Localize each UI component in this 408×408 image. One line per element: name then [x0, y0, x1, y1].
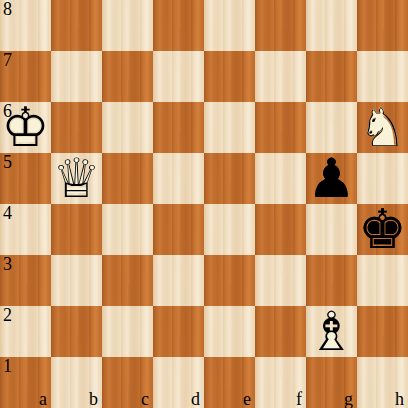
square-h1[interactable]: h — [357, 357, 408, 408]
black-king-icon: ♚ — [357, 204, 408, 255]
square-a7[interactable]: 7 — [0, 51, 51, 102]
square-a4[interactable]: 4 — [0, 204, 51, 255]
square-e4[interactable] — [204, 204, 255, 255]
square-a6[interactable]: 6♚♔ — [0, 102, 51, 153]
square-g2[interactable]: ♝♗ — [306, 306, 357, 357]
rank-label-1: 1 — [3, 357, 12, 376]
square-c6[interactable] — [102, 102, 153, 153]
square-e6[interactable] — [204, 102, 255, 153]
square-g8[interactable] — [306, 0, 357, 51]
square-e3[interactable] — [204, 255, 255, 306]
square-a3[interactable]: 3 — [0, 255, 51, 306]
white-king-icon: ♔ — [0, 102, 51, 153]
square-d3[interactable] — [153, 255, 204, 306]
rank-label-2: 2 — [3, 306, 12, 325]
square-f6[interactable] — [255, 102, 306, 153]
rank-label-8: 8 — [3, 0, 12, 19]
file-label-d: d — [191, 390, 200, 408]
rank-label-4: 4 — [3, 204, 12, 223]
square-f5[interactable] — [255, 153, 306, 204]
rank-label-7: 7 — [3, 51, 12, 70]
square-d5[interactable] — [153, 153, 204, 204]
square-c8[interactable] — [102, 0, 153, 51]
square-g7[interactable] — [306, 51, 357, 102]
piece-white-king[interactable]: ♚♔ — [0, 102, 51, 153]
square-d4[interactable] — [153, 204, 204, 255]
square-f3[interactable] — [255, 255, 306, 306]
white-knight-icon: ♘ — [357, 102, 408, 153]
square-c4[interactable] — [102, 204, 153, 255]
square-h7[interactable] — [357, 51, 408, 102]
square-g1[interactable]: g — [306, 357, 357, 408]
square-b6[interactable] — [51, 102, 102, 153]
square-b7[interactable] — [51, 51, 102, 102]
square-f1[interactable]: f — [255, 357, 306, 408]
file-label-g: g — [344, 390, 353, 408]
square-e2[interactable] — [204, 306, 255, 357]
square-c1[interactable]: c — [102, 357, 153, 408]
square-f8[interactable] — [255, 0, 306, 51]
square-b4[interactable] — [51, 204, 102, 255]
square-b1[interactable]: b — [51, 357, 102, 408]
white-queen-icon: ♕ — [51, 153, 102, 204]
square-e8[interactable] — [204, 0, 255, 51]
file-label-e: e — [243, 390, 251, 408]
piece-black-king[interactable]: ♚♚ — [357, 204, 408, 255]
square-h4[interactable]: ♚♚ — [357, 204, 408, 255]
file-label-c: c — [141, 390, 149, 408]
file-label-b: b — [89, 390, 98, 408]
square-h5[interactable] — [357, 153, 408, 204]
square-e7[interactable] — [204, 51, 255, 102]
square-d8[interactable] — [153, 0, 204, 51]
square-d7[interactable] — [153, 51, 204, 102]
piece-white-bishop[interactable]: ♝♗ — [306, 306, 357, 357]
square-c5[interactable] — [102, 153, 153, 204]
square-g3[interactable] — [306, 255, 357, 306]
square-f7[interactable] — [255, 51, 306, 102]
square-d2[interactable] — [153, 306, 204, 357]
piece-black-pawn[interactable]: ♟♟ — [306, 153, 357, 204]
square-e5[interactable] — [204, 153, 255, 204]
square-h6[interactable]: ♞♘ — [357, 102, 408, 153]
black-pawn-icon: ♟ — [306, 153, 357, 204]
square-g5[interactable]: ♟♟ — [306, 153, 357, 204]
chess-board: 876♚♔♞♘5♛♕♟♟4♚♚32♝♗1abcdefgh — [0, 0, 408, 408]
square-b2[interactable] — [51, 306, 102, 357]
square-b5[interactable]: ♛♕ — [51, 153, 102, 204]
square-h8[interactable] — [357, 0, 408, 51]
square-a2[interactable]: 2 — [0, 306, 51, 357]
square-f2[interactable] — [255, 306, 306, 357]
square-a5[interactable]: 5 — [0, 153, 51, 204]
file-label-a: a — [39, 390, 47, 408]
piece-white-queen[interactable]: ♛♕ — [51, 153, 102, 204]
square-e1[interactable]: e — [204, 357, 255, 408]
white-bishop-icon: ♗ — [306, 306, 357, 357]
piece-white-knight[interactable]: ♞♘ — [357, 102, 408, 153]
square-a1[interactable]: 1a — [0, 357, 51, 408]
square-b3[interactable] — [51, 255, 102, 306]
square-b8[interactable] — [51, 0, 102, 51]
square-c3[interactable] — [102, 255, 153, 306]
square-d6[interactable] — [153, 102, 204, 153]
square-c7[interactable] — [102, 51, 153, 102]
square-f4[interactable] — [255, 204, 306, 255]
square-h3[interactable] — [357, 255, 408, 306]
rank-label-5: 5 — [3, 153, 12, 172]
square-g6[interactable] — [306, 102, 357, 153]
square-d1[interactable]: d — [153, 357, 204, 408]
square-h2[interactable] — [357, 306, 408, 357]
rank-label-3: 3 — [3, 255, 12, 274]
file-label-f: f — [296, 390, 302, 408]
square-c2[interactable] — [102, 306, 153, 357]
square-g4[interactable] — [306, 204, 357, 255]
square-a8[interactable]: 8 — [0, 0, 51, 51]
file-label-h: h — [395, 390, 404, 408]
